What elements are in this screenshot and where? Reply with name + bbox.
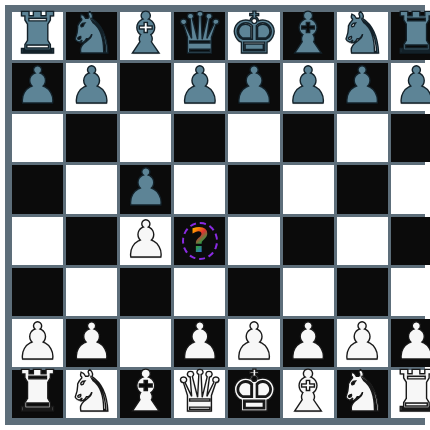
white-knight: ♞: [337, 367, 388, 415]
square-e3[interactable]: [228, 268, 279, 316]
black-pawn: ♟: [339, 62, 385, 110]
white-pawn: ♟: [123, 216, 169, 264]
square-c7[interactable]: [120, 63, 171, 111]
question-mark-icon: ?: [190, 224, 209, 257]
square-c3[interactable]: [120, 268, 171, 316]
square-a3[interactable]: [12, 268, 63, 316]
square-g3[interactable]: [337, 268, 388, 316]
square-g6[interactable]: [337, 114, 388, 162]
black-king: ♚: [228, 9, 279, 57]
square-b7[interactable]: ♟: [66, 63, 117, 111]
square-h7[interactable]: ♟: [391, 63, 430, 111]
square-g8[interactable]: ♞: [337, 12, 388, 60]
square-b6[interactable]: [66, 114, 117, 162]
white-queen: ♛: [174, 367, 225, 415]
black-rook: ♜: [391, 9, 430, 57]
white-bishop: ♝: [283, 367, 334, 415]
white-pawn: ♟: [339, 318, 385, 366]
screenshot-root: ♜♞♝♛♚♝♞♜♟♟♟♟♟♟♟♟♟?♟♟♟♟♟♟♟♜♞♝♛♚♝♞♜: [0, 0, 430, 430]
square-g5[interactable]: [337, 165, 388, 213]
square-a4[interactable]: [12, 217, 63, 265]
white-rook: ♜: [12, 367, 63, 415]
white-king: ♚: [228, 367, 279, 415]
black-knight: ♞: [337, 9, 388, 57]
white-pawn: ♟: [177, 318, 223, 366]
square-b1[interactable]: ♞: [66, 370, 117, 418]
white-pawn: ♟: [69, 318, 115, 366]
square-h6[interactable]: [391, 114, 430, 162]
square-c1[interactable]: ♝: [120, 370, 171, 418]
white-pawn: ♟: [231, 318, 277, 366]
square-f5[interactable]: [283, 165, 334, 213]
square-g1[interactable]: ♞: [337, 370, 388, 418]
square-g2[interactable]: ♟: [337, 319, 388, 367]
black-pawn: ♟: [393, 62, 430, 110]
square-f1[interactable]: ♝: [283, 370, 334, 418]
square-a1[interactable]: ♜: [12, 370, 63, 418]
square-h1[interactable]: ♜: [391, 370, 430, 418]
square-h4[interactable]: [391, 217, 430, 265]
square-b5[interactable]: [66, 165, 117, 213]
black-bishop: ♝: [283, 9, 334, 57]
square-a7[interactable]: ♟: [12, 63, 63, 111]
black-queen: ♛: [174, 9, 225, 57]
square-d4[interactable]: ?: [174, 217, 225, 265]
square-b3[interactable]: [66, 268, 117, 316]
square-b2[interactable]: ♟: [66, 319, 117, 367]
square-c5[interactable]: ♟: [120, 165, 171, 213]
black-pawn: ♟: [123, 164, 169, 212]
square-a2[interactable]: ♟: [12, 319, 63, 367]
square-b8[interactable]: ♞: [66, 12, 117, 60]
square-e6[interactable]: [228, 114, 279, 162]
square-d3[interactable]: [174, 268, 225, 316]
white-rook: ♜: [391, 367, 430, 415]
square-e1[interactable]: ♚: [228, 370, 279, 418]
black-pawn: ♟: [285, 62, 331, 110]
square-f3[interactable]: [283, 268, 334, 316]
square-f4[interactable]: [283, 217, 334, 265]
square-b4[interactable]: [66, 217, 117, 265]
square-a8[interactable]: ♜: [12, 12, 63, 60]
square-d2[interactable]: ♟: [174, 319, 225, 367]
square-e7[interactable]: ♟: [228, 63, 279, 111]
square-e8[interactable]: ♚: [228, 12, 279, 60]
black-pawn: ♟: [231, 62, 277, 110]
square-a6[interactable]: [12, 114, 63, 162]
square-g7[interactable]: ♟: [337, 63, 388, 111]
square-d1[interactable]: ♛: [174, 370, 225, 418]
square-f8[interactable]: ♝: [283, 12, 334, 60]
white-bishop: ♝: [120, 367, 171, 415]
square-e4[interactable]: [228, 217, 279, 265]
square-c8[interactable]: ♝: [120, 12, 171, 60]
square-h2[interactable]: ♟: [391, 319, 430, 367]
square-d7[interactable]: ♟: [174, 63, 225, 111]
square-a5[interactable]: [12, 165, 63, 213]
chess-board: ♜♞♝♛♚♝♞♜♟♟♟♟♟♟♟♟♟?♟♟♟♟♟♟♟♜♞♝♛♚♝♞♜: [12, 12, 418, 418]
black-bishop: ♝: [120, 9, 171, 57]
square-c4[interactable]: ♟: [120, 217, 171, 265]
square-g4[interactable]: [337, 217, 388, 265]
square-c6[interactable]: [120, 114, 171, 162]
black-rook: ♜: [12, 9, 63, 57]
square-d5[interactable]: [174, 165, 225, 213]
square-c2[interactable]: [120, 319, 171, 367]
black-knight: ♞: [66, 9, 117, 57]
white-pawn: ♟: [15, 318, 61, 366]
square-e5[interactable]: [228, 165, 279, 213]
chess-board-frame: ♜♞♝♛♚♝♞♜♟♟♟♟♟♟♟♟♟?♟♟♟♟♟♟♟♜♞♝♛♚♝♞♜: [5, 5, 425, 425]
square-f7[interactable]: ♟: [283, 63, 334, 111]
square-h8[interactable]: ♜: [391, 12, 430, 60]
white-pawn: ♟: [393, 318, 430, 366]
square-d8[interactable]: ♛: [174, 12, 225, 60]
black-pawn: ♟: [15, 62, 61, 110]
black-pawn: ♟: [69, 62, 115, 110]
square-f6[interactable]: [283, 114, 334, 162]
square-d6[interactable]: [174, 114, 225, 162]
square-f2[interactable]: ♟: [283, 319, 334, 367]
square-h5[interactable]: [391, 165, 430, 213]
square-e2[interactable]: ♟: [228, 319, 279, 367]
white-knight: ♞: [66, 367, 117, 415]
white-pawn: ♟: [285, 318, 331, 366]
black-pawn: ♟: [177, 62, 223, 110]
square-h3[interactable]: [391, 268, 430, 316]
